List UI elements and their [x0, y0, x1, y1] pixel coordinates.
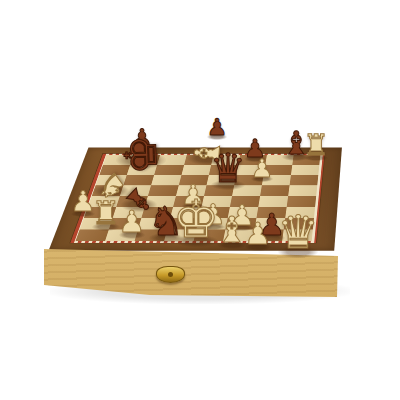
rook-glyph: ♜ [303, 131, 329, 160]
pawn-glyph: ♟ [119, 207, 146, 237]
queen-glyph: ♛ [210, 148, 246, 188]
queen-glyph: ♛ [277, 209, 318, 255]
pawn-glyph: ♟ [245, 219, 272, 249]
pawn-glyph: ♟ [251, 156, 273, 181]
king-glyph: ♚ [118, 134, 163, 175]
latch-clasp-icon[interactable] [156, 266, 185, 283]
square-h7[interactable] [291, 165, 319, 175]
latch-pin [168, 272, 173, 277]
square-c6[interactable] [151, 175, 181, 185]
bishop-glyph: ♝ [216, 212, 248, 248]
rook-glyph: ♜ [92, 197, 121, 229]
pawn-glyph: ♟ [207, 116, 228, 139]
photo-stage: ♟♟♝♚♝♟♜♟♛♞♝♟♟♟♜♟♟♞♟♚♝♟♛ [0, 0, 400, 400]
square-g5[interactable] [260, 185, 289, 196]
king-glyph: ♚ [173, 193, 220, 245]
square-h5[interactable] [288, 185, 317, 196]
square-h6[interactable] [290, 175, 319, 185]
